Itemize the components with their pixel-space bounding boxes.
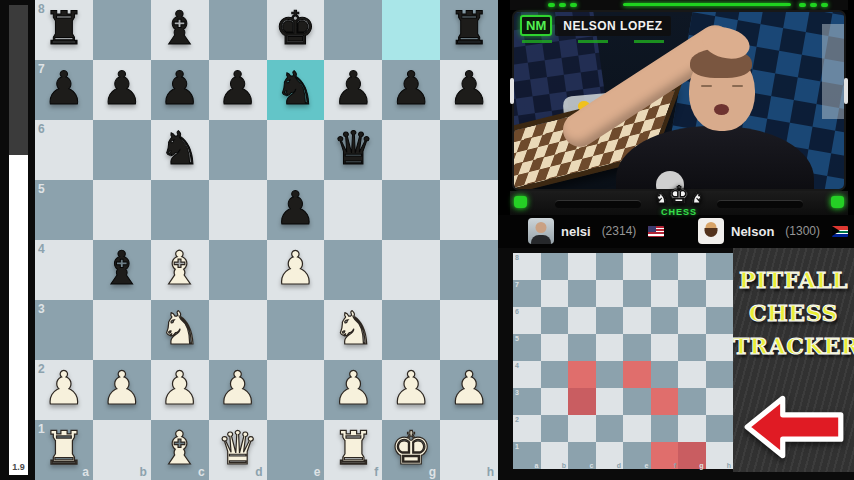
tracker-square-g5	[678, 334, 706, 361]
tracker-square-g7	[678, 280, 706, 307]
square-d4[interactable]	[209, 240, 267, 300]
square-c6[interactable]: ♞	[151, 120, 209, 180]
square-c5[interactable]	[151, 180, 209, 240]
tracker-square-b2	[541, 415, 569, 442]
tracker-square-f7	[651, 280, 679, 307]
tracker-square-f4	[651, 361, 679, 388]
eval-column: 1.9	[0, 0, 35, 480]
green-indicator-icon	[831, 196, 844, 208]
tracker-square-c1: c	[568, 442, 596, 469]
square-f4[interactable]	[324, 240, 382, 300]
rank-label-6: 6	[38, 122, 45, 136]
square-g7[interactable]: ♟	[382, 60, 440, 120]
tracker-square-f6	[651, 307, 679, 334]
white-pawn-e4: ♟	[275, 245, 316, 291]
file-label-e: e	[314, 465, 321, 479]
tracker-square-e5	[623, 334, 651, 361]
square-f3[interactable]: ♞	[324, 300, 382, 360]
black-rook-a8: ♜	[43, 5, 84, 51]
tracker-square-e7	[623, 280, 651, 307]
tracker-square-b6	[541, 307, 569, 334]
square-g8[interactable]	[382, 0, 440, 60]
file-label-d: d	[617, 462, 621, 469]
square-b2[interactable]: ♟	[93, 360, 151, 420]
square-d6[interactable]	[209, 120, 267, 180]
tracker-square-g4	[678, 361, 706, 388]
tracker-square-g8	[678, 253, 706, 280]
promo-panel: PITFALL CHESS TRACKER	[733, 248, 854, 472]
black-queen-f6: ♛	[333, 125, 374, 171]
square-e6[interactable]	[267, 120, 325, 180]
file-label-a: a	[535, 462, 539, 469]
square-b5[interactable]	[93, 180, 151, 240]
tracker-square-e8	[623, 253, 651, 280]
frame-slot	[555, 200, 641, 208]
square-c3[interactable]: ♞	[151, 300, 209, 360]
file-label-c: c	[590, 462, 594, 469]
tracker-square-c4	[568, 361, 596, 388]
rank-label-4: 4	[38, 242, 45, 256]
black-pawn-f7: ♟	[333, 65, 374, 111]
rank-label-1: 1	[515, 443, 519, 450]
green-dash-icon	[559, 3, 566, 7]
tracker-square-b4	[541, 361, 569, 388]
tracker-square-d4	[596, 361, 624, 388]
tracker-square-b3	[541, 388, 569, 415]
square-d1[interactable]: ♛d	[209, 420, 267, 480]
red-arrow-icon	[742, 391, 846, 463]
webcam-bottom-bar: ♞♚♞ CHESS	[510, 191, 848, 215]
tracker-square-a4: 4	[513, 361, 541, 388]
square-h1[interactable]: h	[440, 420, 498, 480]
tracker-square-h2	[706, 415, 734, 442]
us-flag-icon	[648, 226, 664, 237]
tracker-square-h4	[706, 361, 734, 388]
square-d2[interactable]: ♟	[209, 360, 267, 420]
rank-label-6: 6	[515, 308, 519, 315]
square-h7[interactable]: ♟	[440, 60, 498, 120]
tracker-square-e1: e	[623, 442, 651, 469]
tracker-square-a6: 6	[513, 307, 541, 334]
rank-label-4: 4	[515, 362, 519, 369]
square-b7[interactable]: ♟	[93, 60, 151, 120]
players-bar: nelsi (2314) Nelson (1300)	[498, 215, 854, 248]
right-panel: NM NELSON LOPEZ ♞♚♞ CHESS	[498, 0, 854, 480]
square-e1[interactable]: e	[267, 420, 325, 480]
file-label-b: b	[562, 462, 566, 469]
player-name: Nelson	[731, 224, 774, 239]
webcam-hinge	[844, 78, 848, 104]
square-e5[interactable]: ♟	[267, 180, 325, 240]
file-label-f: f	[674, 462, 676, 469]
bottom-section: 87654321abcdefgh PITFALL CHESS TRACKER	[498, 248, 854, 480]
eye	[701, 85, 712, 87]
tracker-square-c6	[568, 307, 596, 334]
square-c4[interactable]: ♝	[151, 240, 209, 300]
black-pawn-d7: ♟	[217, 65, 258, 111]
title-badge: NM NELSON LOPEZ	[520, 15, 671, 36]
square-g4[interactable]	[382, 240, 440, 300]
tracker-square-c8	[568, 253, 596, 280]
webcam-top-bar	[510, 0, 848, 10]
rank-label-3: 3	[515, 389, 519, 396]
green-dash-icon	[570, 3, 577, 7]
tracker-square-f5	[651, 334, 679, 361]
rank-label-5: 5	[515, 335, 519, 342]
main-board: ♜8♝♚♜♟7♟♟♟♞♟♟♟6♞♛5♟4♝♝♟3♞♞♟2♟♟♟♟♟♟♜1ab♝c…	[35, 0, 498, 480]
nm-title-badge: NM	[520, 15, 552, 36]
tracker-square-g3	[678, 388, 706, 415]
square-c7[interactable]: ♟	[151, 60, 209, 120]
file-label-g: g	[699, 462, 703, 469]
square-a7[interactable]: ♟7	[35, 60, 93, 120]
square-h8[interactable]: ♜	[440, 0, 498, 60]
tracker-square-b8	[541, 253, 569, 280]
square-e8[interactable]: ♚	[267, 0, 325, 60]
black-rook-h8: ♜	[448, 5, 489, 51]
tracker-square-d5	[596, 334, 624, 361]
tracker-square-c5	[568, 334, 596, 361]
tracker-square-a2: 2	[513, 415, 541, 442]
tracker-square-b7	[541, 280, 569, 307]
square-f6[interactable]: ♛	[324, 120, 382, 180]
square-f8[interactable]	[324, 0, 382, 60]
tracker-square-a1: 1a	[513, 442, 541, 469]
white-pawn-a2: ♟	[43, 365, 84, 411]
tracker-square-e4	[623, 361, 651, 388]
webcam-frame: NM NELSON LOPEZ ♞♚♞ CHESS	[510, 0, 848, 215]
tracker-square-d6	[596, 307, 624, 334]
white-queen-d1: ♛	[217, 425, 258, 471]
white-knight-f3: ♞	[333, 305, 374, 351]
tracker-square-a5: 5	[513, 334, 541, 361]
green-dash-icon	[821, 3, 828, 7]
green-dash-icon	[548, 3, 555, 7]
tracker-square-d2	[596, 415, 624, 442]
black-knight-c6: ♞	[159, 125, 200, 171]
square-a8[interactable]: ♜8	[35, 0, 93, 60]
file-label-b: b	[139, 465, 146, 479]
tracker-square-c7	[568, 280, 596, 307]
webcam-hinge	[510, 78, 514, 104]
green-dash-icon	[810, 3, 817, 7]
square-a2[interactable]: ♟2	[35, 360, 93, 420]
tracker-square-d3	[596, 388, 624, 415]
rank-label-2: 2	[515, 416, 519, 423]
square-g1[interactable]: ♚g	[382, 420, 440, 480]
tracker-square-d1: d	[596, 442, 624, 469]
tracker-square-c2	[568, 415, 596, 442]
file-label-h: h	[487, 465, 494, 479]
green-dash-icon	[799, 3, 806, 7]
white-pawn-c2: ♟	[159, 365, 200, 411]
tracker-square-h6	[706, 307, 734, 334]
rank-label-5: 5	[38, 182, 45, 196]
file-label-f: f	[374, 465, 378, 479]
black-pawn-c7: ♟	[159, 65, 200, 111]
rank-label-3: 3	[38, 302, 45, 316]
promo-title-line: TRACKER	[733, 330, 854, 363]
black-knight-e7: ♞	[275, 65, 316, 111]
tracker-square-d7	[596, 280, 624, 307]
square-b8[interactable]	[93, 0, 151, 60]
black-bishop-c8: ♝	[159, 5, 200, 51]
square-b3[interactable]	[93, 300, 151, 360]
tracker-square-e3	[623, 388, 651, 415]
tracker-square-f2	[651, 415, 679, 442]
white-bishop-c1: ♝	[159, 425, 200, 471]
promo-title-line: PITFALL	[733, 264, 854, 297]
white-knight-c3: ♞	[159, 305, 200, 351]
tracker-square-f3	[651, 388, 679, 415]
tracker-square-a8: 8	[513, 253, 541, 280]
tracker-square-b5	[541, 334, 569, 361]
square-f7[interactable]: ♟	[324, 60, 382, 120]
badge-underline	[522, 40, 664, 43]
square-e2[interactable]	[267, 360, 325, 420]
white-pawn-b2: ♟	[101, 365, 142, 411]
streamer-name: NELSON LOPEZ	[555, 16, 670, 36]
square-f5[interactable]	[324, 180, 382, 240]
square-d7[interactable]: ♟	[209, 60, 267, 120]
black-king-e8: ♚	[275, 5, 316, 51]
square-d5[interactable]	[209, 180, 267, 240]
stream-screen: 1.9 ♜8♝♚♜♟7♟♟♟♞♟♟♟6♞♛5♟4♝♝♟3♞♞♟2♟♟♟♟♟♟♜1…	[0, 0, 854, 480]
square-a5[interactable]: 5	[35, 180, 93, 240]
black-bishop-b4: ♝	[101, 245, 142, 291]
black-pawn-e5: ♟	[275, 185, 316, 231]
square-h6[interactable]	[440, 120, 498, 180]
player-right: Nelson (1300)	[698, 218, 848, 244]
square-f1[interactable]: ♜f	[324, 420, 382, 480]
tracker-board: 87654321abcdefgh	[513, 253, 733, 469]
square-a3[interactable]: 3	[35, 300, 93, 360]
avatar-nelson	[698, 218, 724, 244]
square-c1[interactable]: ♝c	[151, 420, 209, 480]
tracker-square-e6	[623, 307, 651, 334]
tracker-square-h5	[706, 334, 734, 361]
eval-bar: 1.9	[9, 5, 28, 475]
square-e3[interactable]	[267, 300, 325, 360]
tracker-square-g6	[678, 307, 706, 334]
tracker-square-g2	[678, 415, 706, 442]
file-label-e: e	[645, 462, 649, 469]
square-d8[interactable]	[209, 0, 267, 60]
square-b4[interactable]: ♝	[93, 240, 151, 300]
white-pawn-g2: ♟	[391, 365, 432, 411]
black-pawn-b7: ♟	[101, 65, 142, 111]
tracker-square-f1: f	[651, 442, 679, 469]
green-indicator-icon	[514, 196, 527, 208]
square-g2[interactable]: ♟	[382, 360, 440, 420]
mouth	[714, 104, 729, 115]
square-h2[interactable]: ♟	[440, 360, 498, 420]
square-c8[interactable]: ♝	[151, 0, 209, 60]
white-bishop-c4: ♝	[159, 245, 200, 291]
square-g3[interactable]	[382, 300, 440, 360]
avatar-nelsi	[528, 218, 554, 244]
square-b1[interactable]: b	[93, 420, 151, 480]
white-king-g1: ♚	[391, 425, 432, 471]
square-b6[interactable]	[93, 120, 151, 180]
player-name: nelsi	[561, 224, 591, 239]
square-h5[interactable]	[440, 180, 498, 240]
white-pawn-d2: ♟	[217, 365, 258, 411]
white-rook-f1: ♜	[333, 425, 374, 471]
eye	[732, 85, 743, 87]
tracker-square-d8	[596, 253, 624, 280]
tracker-square-f8	[651, 253, 679, 280]
tracker-square-h7	[706, 280, 734, 307]
webcam-video	[512, 10, 846, 191]
player-rating: (2314)	[602, 224, 637, 238]
rank-label-7: 7	[515, 281, 519, 288]
promo-title-line: CHESS	[733, 297, 854, 330]
tracker-square-a3: 3	[513, 388, 541, 415]
tracker-square-a7: 7	[513, 280, 541, 307]
square-d3[interactable]	[209, 300, 267, 360]
tracker-square-h1: h	[706, 442, 734, 469]
square-e7[interactable]: ♞	[267, 60, 325, 120]
tracker-square-h8	[706, 253, 734, 280]
white-pawn-f2: ♟	[333, 365, 374, 411]
black-pawn-h7: ♟	[448, 65, 489, 111]
tracker-square-g1: g	[678, 442, 706, 469]
square-a4[interactable]: 4	[35, 240, 93, 300]
white-pawn-h2: ♟	[448, 365, 489, 411]
square-g5[interactable]	[382, 180, 440, 240]
rank-label-8: 8	[515, 254, 519, 261]
za-flag-icon	[832, 226, 848, 237]
square-a6[interactable]: 6	[35, 120, 93, 180]
player-left: nelsi (2314)	[528, 218, 664, 244]
tracker-square-c3	[568, 388, 596, 415]
player-rating: (1300)	[785, 224, 820, 238]
streamer-head	[689, 51, 755, 131]
black-pawn-a7: ♟	[43, 65, 84, 111]
tracker-square-b1: b	[541, 442, 569, 469]
chess-wings-logo: ♞♚♞ CHESS	[644, 183, 714, 217]
file-label-h: h	[727, 462, 731, 469]
square-h4[interactable]	[440, 240, 498, 300]
square-a1[interactable]: ♜1a	[35, 420, 93, 480]
tracker-square-e2	[623, 415, 651, 442]
square-f2[interactable]: ♟	[324, 360, 382, 420]
green-line-icon	[623, 3, 791, 6]
square-h3[interactable]	[440, 300, 498, 360]
eval-value: 1.9	[9, 462, 28, 472]
white-rook-a1: ♜	[43, 425, 84, 471]
frame-slot	[717, 200, 803, 208]
square-e4[interactable]: ♟	[267, 240, 325, 300]
eval-bar-white	[9, 155, 28, 475]
square-c2[interactable]: ♟	[151, 360, 209, 420]
black-pawn-g7: ♟	[391, 65, 432, 111]
tracker-square-h3	[706, 388, 734, 415]
square-g6[interactable]	[382, 120, 440, 180]
wall-strip	[822, 24, 844, 119]
